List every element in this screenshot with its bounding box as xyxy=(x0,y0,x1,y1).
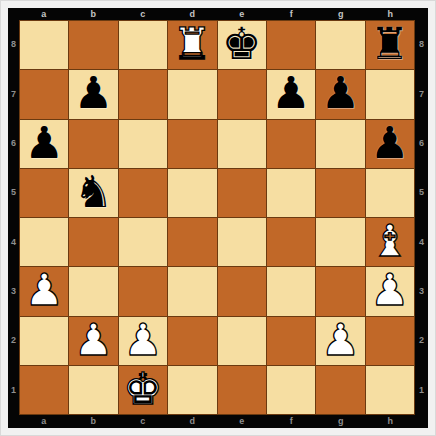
black-pawn-f7[interactable]: ♟︎ xyxy=(271,71,310,115)
white-pawn-h3[interactable]: ♟︎ xyxy=(370,268,409,312)
square-h2[interactable] xyxy=(366,317,414,365)
rank-label-right-5: 5 xyxy=(419,168,424,217)
square-d4[interactable] xyxy=(168,218,216,266)
file-label-top-c: c xyxy=(118,10,168,19)
square-e4[interactable] xyxy=(218,218,266,266)
square-d6[interactable] xyxy=(168,120,216,168)
file-label-top-a: a xyxy=(19,10,69,19)
square-h5[interactable] xyxy=(366,169,414,217)
rank-label-right-1: 1 xyxy=(419,366,424,415)
square-c5[interactable] xyxy=(119,169,167,217)
file-label-top-f: f xyxy=(267,10,317,19)
file-label-bottom-b: b xyxy=(69,417,119,426)
square-d5[interactable] xyxy=(168,169,216,217)
white-pawn-a3[interactable]: ♟︎ xyxy=(24,268,63,312)
square-b3[interactable] xyxy=(69,267,117,315)
black-king-e8[interactable]: ♚︎ xyxy=(222,22,261,66)
file-label-bottom-f: f xyxy=(267,417,317,426)
square-f7[interactable]: ♟︎ xyxy=(267,70,315,118)
square-b2[interactable]: ♟︎ xyxy=(69,317,117,365)
square-g8[interactable] xyxy=(316,21,364,69)
black-knight-b5[interactable]: ♞︎ xyxy=(74,170,113,214)
square-c8[interactable] xyxy=(119,21,167,69)
square-a7[interactable] xyxy=(20,70,68,118)
square-d8[interactable]: ♜︎ xyxy=(168,21,216,69)
square-h8[interactable]: ♜︎ xyxy=(366,21,414,69)
file-labels-top: abcdefgh xyxy=(19,8,415,20)
square-d2[interactable] xyxy=(168,317,216,365)
square-b7[interactable]: ♟︎ xyxy=(69,70,117,118)
file-label-bottom-e: e xyxy=(217,417,267,426)
square-g4[interactable] xyxy=(316,218,364,266)
square-g2[interactable]: ♟︎ xyxy=(316,317,364,365)
rank-label-left-4: 4 xyxy=(11,218,16,267)
square-e3[interactable] xyxy=(218,267,266,315)
file-label-bottom-h: h xyxy=(366,417,416,426)
square-d7[interactable] xyxy=(168,70,216,118)
file-label-bottom-c: c xyxy=(118,417,168,426)
square-c7[interactable] xyxy=(119,70,167,118)
square-e5[interactable] xyxy=(218,169,266,217)
rank-label-left-3: 3 xyxy=(11,267,16,316)
black-pawn-b7[interactable]: ♟︎ xyxy=(74,71,113,115)
rank-label-right-4: 4 xyxy=(419,218,424,267)
white-rook-d8[interactable]: ♜︎ xyxy=(173,22,212,66)
square-a6[interactable]: ♟︎ xyxy=(20,120,68,168)
square-e6[interactable] xyxy=(218,120,266,168)
white-pawn-c2[interactable]: ♟︎ xyxy=(123,318,162,362)
square-b6[interactable] xyxy=(69,120,117,168)
square-a1[interactable] xyxy=(20,366,68,414)
file-labels-bottom: abcdefgh xyxy=(19,415,415,428)
rank-label-left-7: 7 xyxy=(11,69,16,118)
square-h6[interactable]: ♟︎ xyxy=(366,120,414,168)
rank-label-left-5: 5 xyxy=(11,168,16,217)
rank-label-left-1: 1 xyxy=(11,366,16,415)
square-g6[interactable] xyxy=(316,120,364,168)
white-pawn-b2[interactable]: ♟︎ xyxy=(74,318,113,362)
square-a8[interactable] xyxy=(20,21,68,69)
square-c1[interactable]: ♚︎ xyxy=(119,366,167,414)
black-pawn-h6[interactable]: ♟︎ xyxy=(370,121,409,165)
square-h7[interactable] xyxy=(366,70,414,118)
black-pawn-g7[interactable]: ♟︎ xyxy=(321,71,360,115)
square-b5[interactable]: ♞︎ xyxy=(69,169,117,217)
square-e2[interactable] xyxy=(218,317,266,365)
square-e8[interactable]: ♚︎ xyxy=(218,21,266,69)
square-f8[interactable] xyxy=(267,21,315,69)
square-h4[interactable]: ♝︎ xyxy=(366,218,414,266)
rank-label-left-8: 8 xyxy=(11,20,16,69)
black-rook-h8[interactable]: ♜︎ xyxy=(370,22,409,66)
square-f6[interactable] xyxy=(267,120,315,168)
file-label-bottom-a: a xyxy=(19,417,69,426)
square-a2[interactable] xyxy=(20,317,68,365)
square-g1[interactable] xyxy=(316,366,364,414)
file-label-top-g: g xyxy=(316,10,366,19)
square-e1[interactable] xyxy=(218,366,266,414)
file-label-bottom-d: d xyxy=(168,417,218,426)
black-pawn-a6[interactable]: ♟︎ xyxy=(24,121,63,165)
board-frame: abcdefgh 87654321 ♜︎♚︎♜︎♟︎♟︎♟︎♟︎♟︎♞︎♝︎♟︎… xyxy=(8,8,428,428)
rank-label-left-6: 6 xyxy=(11,119,16,168)
square-c6[interactable] xyxy=(119,120,167,168)
square-b1[interactable] xyxy=(69,366,117,414)
rank-labels-right: 87654321 xyxy=(415,20,428,415)
white-bishop-h4[interactable]: ♝︎ xyxy=(370,219,409,263)
chess-diagram-page: abcdefgh 87654321 ♜︎♚︎♜︎♟︎♟︎♟︎♟︎♟︎♞︎♝︎♟︎… xyxy=(0,0,436,436)
square-f1[interactable] xyxy=(267,366,315,414)
square-a3[interactable]: ♟︎ xyxy=(20,267,68,315)
square-f2[interactable] xyxy=(267,317,315,365)
rank-label-right-8: 8 xyxy=(419,20,424,69)
rank-label-right-7: 7 xyxy=(419,69,424,118)
square-a5[interactable] xyxy=(20,169,68,217)
square-g7[interactable]: ♟︎ xyxy=(316,70,364,118)
white-king-c1[interactable]: ♚︎ xyxy=(123,367,162,411)
rank-label-right-2: 2 xyxy=(419,316,424,365)
rank-label-right-3: 3 xyxy=(419,267,424,316)
square-b8[interactable] xyxy=(69,21,117,69)
square-c4[interactable] xyxy=(119,218,167,266)
square-f3[interactable] xyxy=(267,267,315,315)
square-d3[interactable] xyxy=(168,267,216,315)
square-c2[interactable]: ♟︎ xyxy=(119,317,167,365)
file-label-bottom-g: g xyxy=(316,417,366,426)
square-b4[interactable] xyxy=(69,218,117,266)
square-f5[interactable] xyxy=(267,169,315,217)
square-h3[interactable]: ♟︎ xyxy=(366,267,414,315)
rank-labels-left: 87654321 xyxy=(8,20,19,415)
square-h1[interactable] xyxy=(366,366,414,414)
square-f4[interactable] xyxy=(267,218,315,266)
square-a4[interactable] xyxy=(20,218,68,266)
square-g3[interactable] xyxy=(316,267,364,315)
square-e7[interactable] xyxy=(218,70,266,118)
square-d1[interactable] xyxy=(168,366,216,414)
file-label-top-b: b xyxy=(69,10,119,19)
rank-label-left-2: 2 xyxy=(11,316,16,365)
white-pawn-g2[interactable]: ♟︎ xyxy=(321,318,360,362)
board: ♜︎♚︎♜︎♟︎♟︎♟︎♟︎♟︎♞︎♝︎♟︎♟︎♟︎♟︎♟︎♚︎ xyxy=(19,20,415,415)
square-c3[interactable] xyxy=(119,267,167,315)
square-g5[interactable] xyxy=(316,169,364,217)
rank-label-right-6: 6 xyxy=(419,119,424,168)
